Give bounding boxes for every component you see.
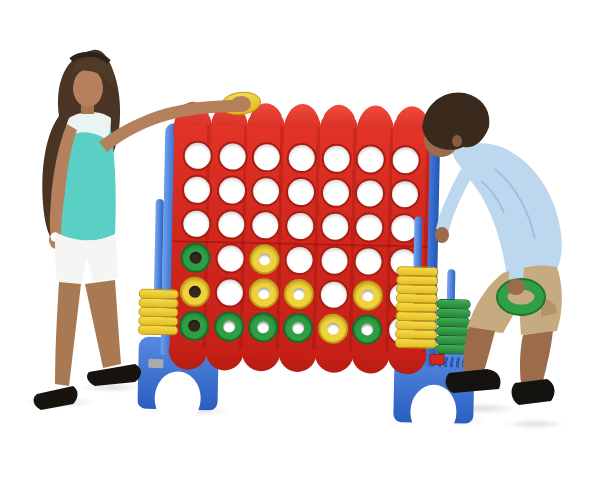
boy-left-leg <box>463 327 495 375</box>
green-disc <box>352 314 383 345</box>
cell-r6c5 <box>315 311 350 346</box>
green-disc <box>283 313 314 344</box>
cell-r3c5 <box>317 209 352 244</box>
cell-r2c6 <box>352 176 387 211</box>
empty-hole <box>285 211 316 242</box>
yellow-disc <box>353 280 384 311</box>
top-edge-hole <box>355 115 360 120</box>
empty-hole <box>284 245 315 276</box>
boy-left-shoe <box>446 369 501 393</box>
boy-left-arm <box>436 169 473 233</box>
girl-figure <box>15 42 265 452</box>
bottom-scallop <box>315 350 354 373</box>
bottom-scallop <box>351 351 390 374</box>
cell-r1c6 <box>353 142 388 177</box>
boy-ear <box>452 135 462 147</box>
empty-hole <box>321 143 352 174</box>
cell-r5c4 <box>281 277 316 312</box>
yellow-disc <box>284 279 315 310</box>
girl-right-leg <box>85 280 121 368</box>
top-edge-hole <box>392 116 397 121</box>
empty-hole <box>286 143 317 174</box>
girl-right-sandal <box>87 364 141 386</box>
top-edge-hole <box>319 114 324 119</box>
cell-r6c4 <box>281 311 316 346</box>
boy-right-hand <box>507 279 525 295</box>
yellow-disc <box>317 313 348 344</box>
cell-r4c4 <box>282 243 317 278</box>
empty-hole <box>318 279 349 310</box>
boy-right-leg <box>520 331 553 383</box>
girl-face <box>73 69 103 107</box>
cell-r4c6 <box>351 244 386 279</box>
empty-hole <box>353 246 384 277</box>
cell-r3c6 <box>352 210 387 245</box>
product-photo-giant-connect-four <box>0 0 594 480</box>
empty-hole <box>354 212 385 243</box>
empty-hole <box>355 178 386 209</box>
cell-r1c5 <box>319 141 354 176</box>
girl-left-sandal <box>34 386 78 410</box>
empty-hole <box>356 144 387 175</box>
girl-right-hand <box>231 96 251 112</box>
cell-r1c4 <box>284 141 319 176</box>
bottom-scallop <box>278 350 317 373</box>
top-edge-hole <box>282 114 287 119</box>
boy-figure <box>403 83 593 458</box>
empty-hole <box>286 177 317 208</box>
boy-left-hand <box>435 227 449 243</box>
cell-r2c4 <box>283 175 318 210</box>
cell-r6c6 <box>350 312 385 347</box>
boy-right-shoe <box>512 379 555 405</box>
cell-r4c5 <box>317 243 352 278</box>
cell-r5c6 <box>350 278 385 313</box>
empty-hole <box>320 177 351 208</box>
girl-left-leg <box>55 282 81 386</box>
empty-hole <box>320 211 351 242</box>
cell-r3c4 <box>283 209 318 244</box>
empty-hole <box>319 245 350 276</box>
cell-r5c5 <box>316 277 351 312</box>
cell-r2c5 <box>318 175 353 210</box>
